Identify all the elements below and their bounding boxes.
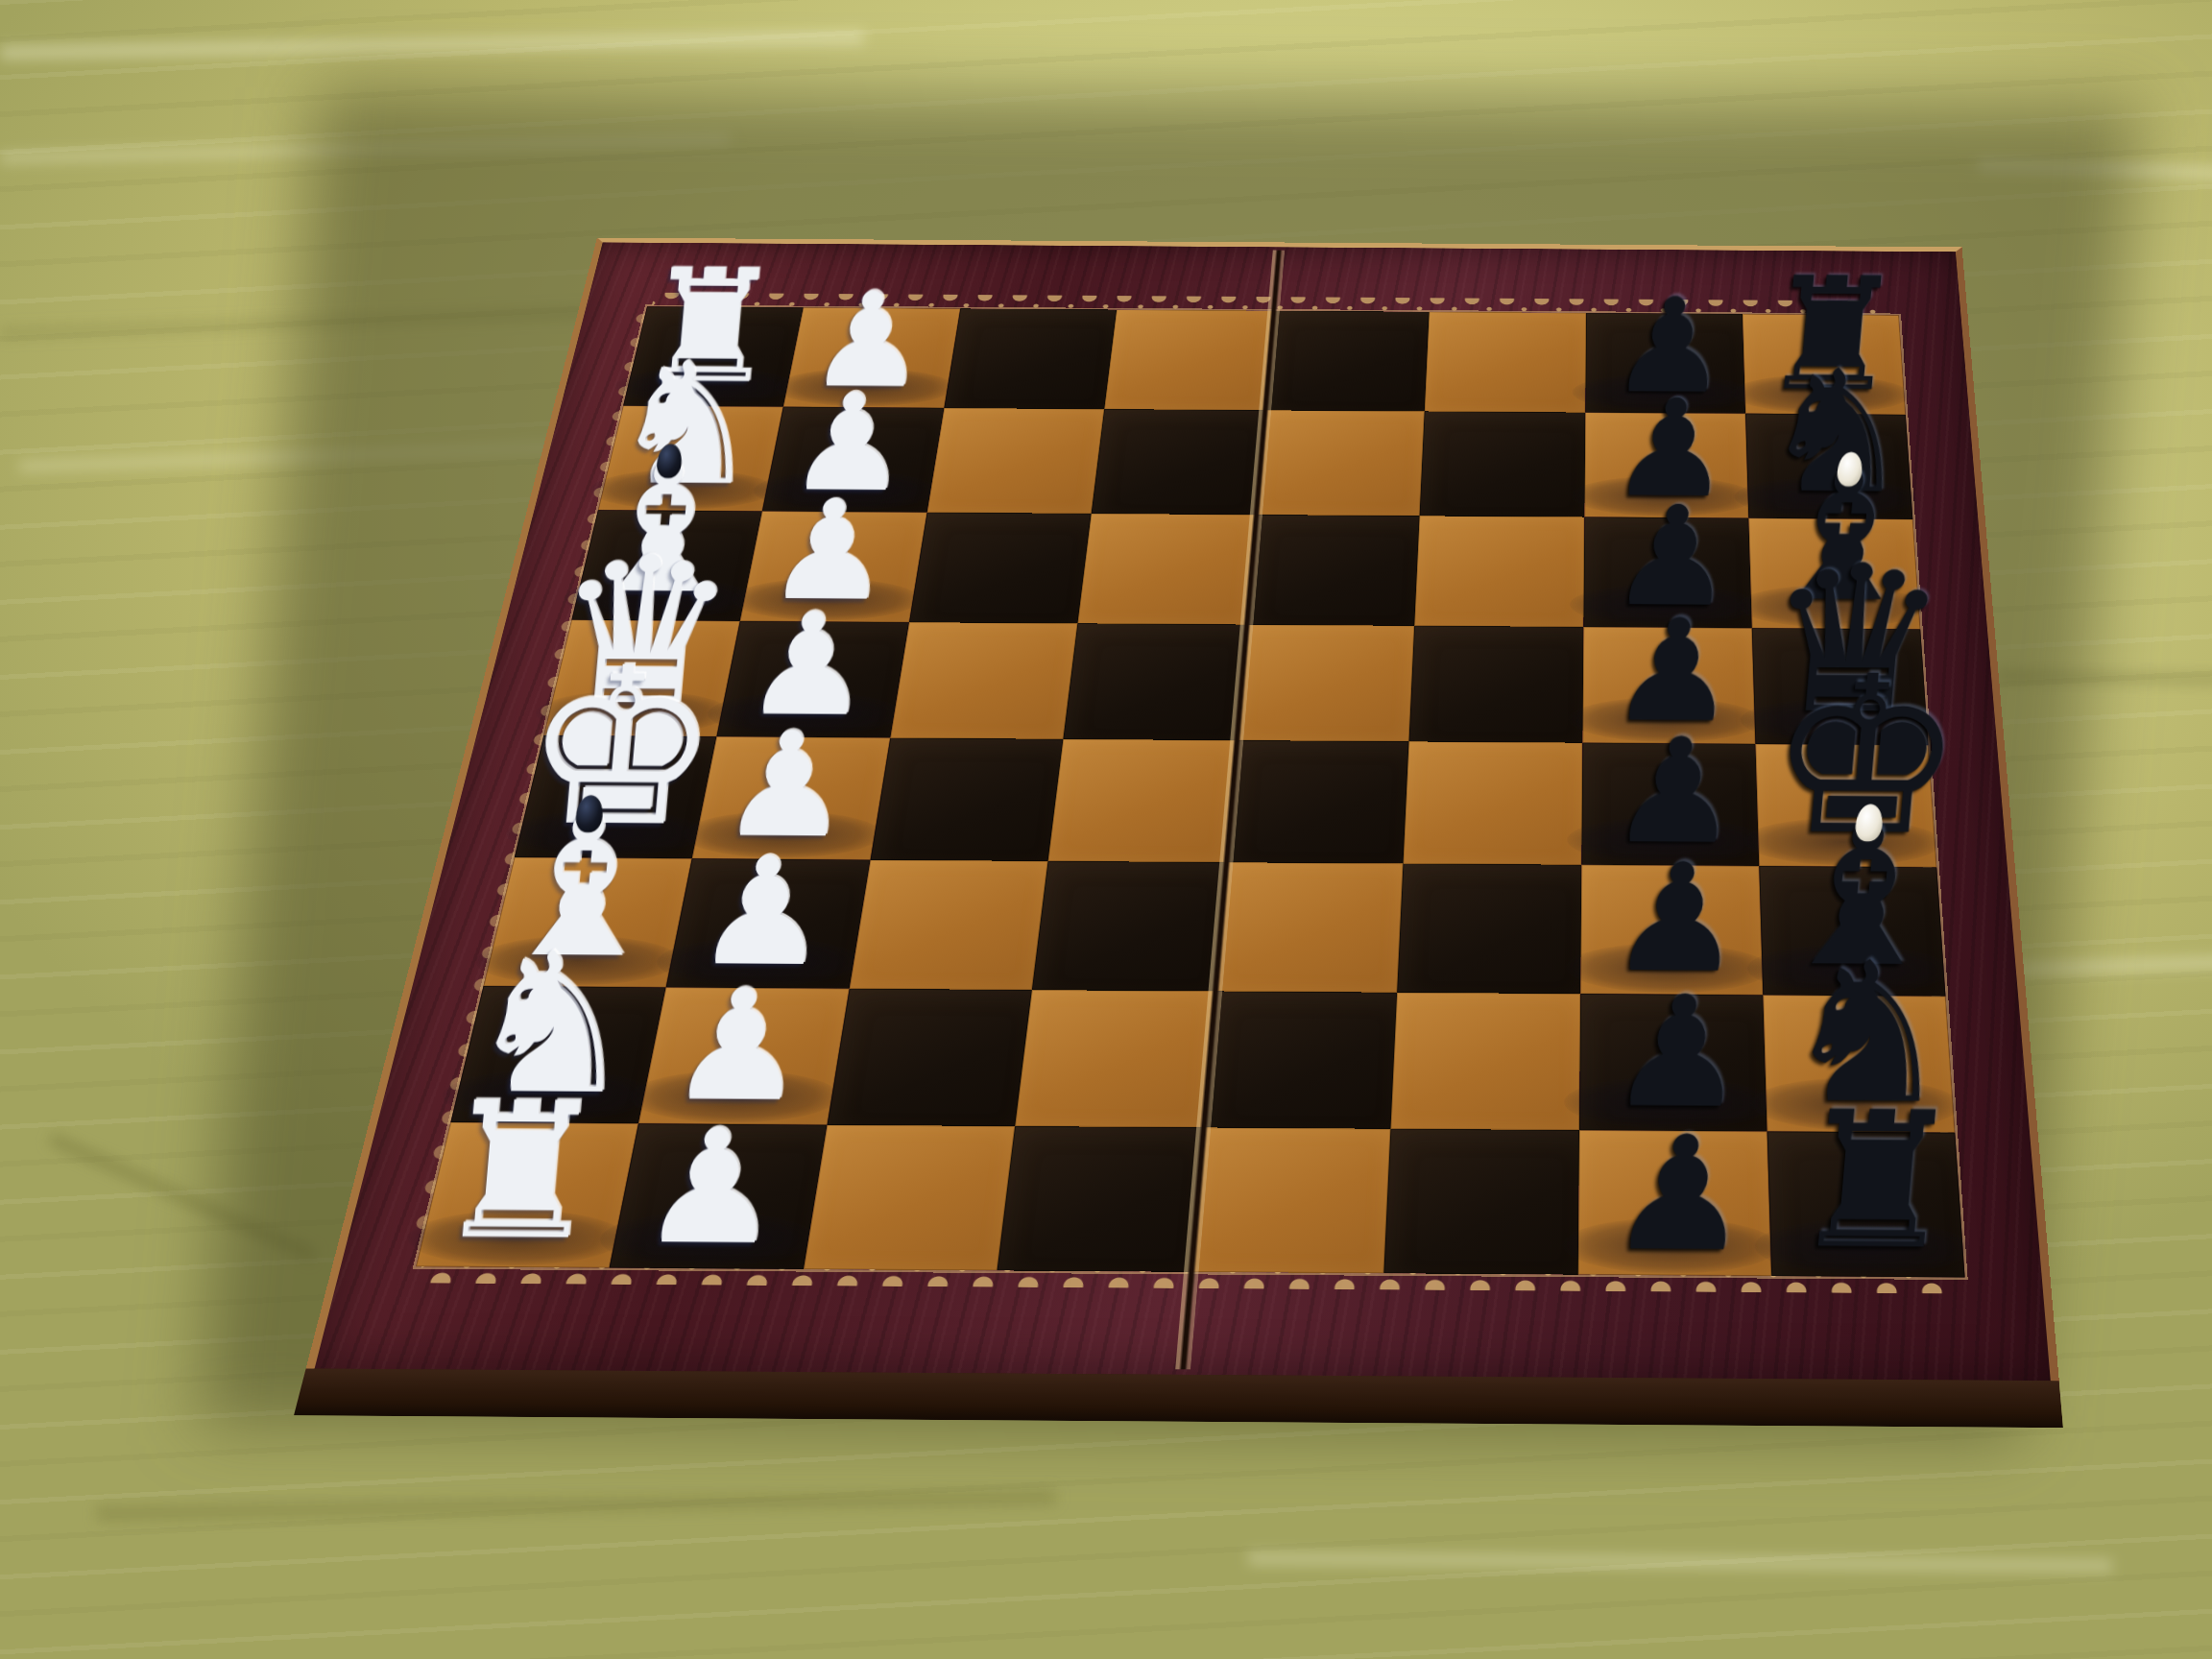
black-rook-glyph: ♜ [1784, 1085, 1968, 1278]
square-h3[interactable] [804, 1125, 1015, 1271]
square-h5[interactable] [1190, 1127, 1391, 1273]
square-h1[interactable]: ♜ [416, 1122, 638, 1268]
square-e6[interactable] [1404, 741, 1582, 864]
square-b3[interactable] [926, 408, 1104, 514]
square-g6[interactable] [1391, 993, 1580, 1130]
square-g5[interactable] [1203, 991, 1398, 1128]
square-e3[interactable] [870, 738, 1063, 861]
square-e4[interactable] [1047, 739, 1236, 862]
square-b5[interactable] [1256, 410, 1425, 516]
square-g3[interactable] [827, 989, 1032, 1126]
square-b6[interactable] [1420, 411, 1585, 517]
square-f5[interactable] [1214, 862, 1404, 993]
square-f4[interactable] [1032, 861, 1226, 992]
square-g4[interactable] [1015, 990, 1214, 1127]
board-grid: ♜♟♟♜♞♟♟♞♝♟♟♝♛♟♟♛♚♟♟♚♝♟♟♝♞♟♟♞♜♟♟♜ [416, 306, 1964, 1277]
piece-white-pawn-h2[interactable]: ♟ [610, 1107, 817, 1269]
chess-board-wrapper: ♜♟♟♜♞♟♟♞♝♟♟♝♛♟♟♛♚♟♟♚♝♟♟♝♞♟♟♞♜♟♟♜ [304, 0, 2200, 1388]
square-d6[interactable] [1409, 626, 1583, 743]
photo-scene: { "game": "chess", "scene": { "descripti… [0, 0, 2212, 1659]
square-h8[interactable]: ♜ [1767, 1132, 1964, 1278]
piece-white-rook-h1[interactable]: ♜ [416, 1075, 626, 1268]
square-h6[interactable] [1384, 1129, 1579, 1275]
square-a4[interactable] [1104, 310, 1273, 411]
square-a5[interactable] [1264, 311, 1430, 412]
square-d5[interactable] [1236, 625, 1414, 742]
square-d3[interactable] [890, 622, 1077, 739]
square-b4[interactable] [1091, 409, 1264, 515]
white-pawn-glyph: ♟ [636, 1107, 791, 1269]
square-a6[interactable] [1425, 312, 1586, 413]
square-h7[interactable]: ♟ [1577, 1130, 1771, 1276]
square-c4[interactable] [1077, 514, 1255, 625]
black-pawn-glyph: ♟ [1603, 1114, 1759, 1276]
white-rook-glyph: ♜ [428, 1075, 613, 1268]
piece-black-pawn-h7[interactable]: ♟ [1577, 1114, 1785, 1276]
square-e5[interactable] [1226, 740, 1409, 863]
fabric-wrinkle [1248, 1551, 2112, 1573]
fabric-wrinkle [96, 1489, 1056, 1521]
square-h4[interactable] [997, 1126, 1203, 1272]
square-d4[interactable] [1063, 623, 1246, 740]
square-c5[interactable] [1246, 515, 1420, 626]
folding-chess-box: ♜♟♟♜♞♟♟♞♝♟♟♝♛♟♟♛♚♟♟♚♝♟♟♝♞♟♟♞♜♟♟♜ [304, 238, 2060, 1389]
square-c6[interactable] [1414, 516, 1584, 627]
piece-black-rook-h8[interactable]: ♜ [1771, 1084, 1982, 1277]
square-a3[interactable] [944, 308, 1117, 409]
square-f6[interactable] [1397, 864, 1581, 995]
square-f3[interactable] [849, 860, 1047, 990]
square-h2[interactable]: ♟ [610, 1123, 827, 1269]
square-c3[interactable] [909, 513, 1092, 624]
